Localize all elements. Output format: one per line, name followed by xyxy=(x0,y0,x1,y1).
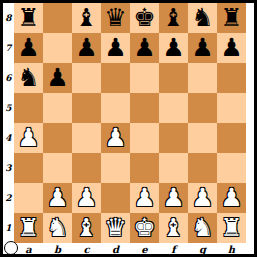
file-label-f: f xyxy=(159,243,188,256)
square-b5[interactable] xyxy=(43,93,72,123)
square-g7[interactable]: ♟ xyxy=(188,33,217,63)
black-pawn-piece[interactable]: ♟ xyxy=(104,33,126,63)
square-a6[interactable]: ♞ xyxy=(14,63,43,93)
square-g5[interactable] xyxy=(188,93,217,123)
square-a7[interactable]: ♟ xyxy=(14,33,43,63)
square-d6[interactable] xyxy=(101,63,130,93)
white-pawn-piece[interactable]: ♟ xyxy=(191,183,213,213)
square-c7[interactable]: ♟ xyxy=(72,33,101,63)
square-a5[interactable] xyxy=(14,93,43,123)
square-f5[interactable] xyxy=(159,93,188,123)
square-b1[interactable]: ♞ xyxy=(43,213,72,243)
white-pawn-piece[interactable]: ♟ xyxy=(220,183,242,213)
file-label-g: g xyxy=(188,243,217,256)
square-h3[interactable] xyxy=(217,153,246,183)
square-g6[interactable] xyxy=(188,63,217,93)
square-h7[interactable]: ♟ xyxy=(217,33,246,63)
black-pawn-piece[interactable]: ♟ xyxy=(133,33,155,63)
white-queen-piece[interactable]: ♛ xyxy=(104,213,126,243)
square-h1[interactable]: ♜ xyxy=(217,213,246,243)
white-to-move-indicator-icon xyxy=(4,241,18,255)
black-rook-piece[interactable]: ♜ xyxy=(220,3,242,33)
square-a4[interactable]: ♟ xyxy=(14,123,43,153)
square-c3[interactable] xyxy=(72,153,101,183)
white-knight-piece[interactable]: ♞ xyxy=(191,213,213,243)
rank-labels: 87654321 xyxy=(3,3,14,243)
square-d7[interactable]: ♟ xyxy=(101,33,130,63)
square-c2[interactable]: ♟ xyxy=(72,183,101,213)
black-pawn-piece[interactable]: ♟ xyxy=(46,63,68,93)
chess-diagram: 87654321 ♜♝♛♚♝♞♜♟♟♟♟♟♟♟♞♟♟♟♟♟♟♟♟♟♜♞♝♛♚♝♞… xyxy=(0,0,257,257)
white-pawn-piece[interactable]: ♟ xyxy=(46,183,68,213)
square-c1[interactable]: ♝ xyxy=(72,213,101,243)
square-h4[interactable] xyxy=(217,123,246,153)
square-e8[interactable]: ♚ xyxy=(130,3,159,33)
white-pawn-piece[interactable]: ♟ xyxy=(17,123,39,153)
square-f1[interactable]: ♝ xyxy=(159,213,188,243)
square-c4[interactable] xyxy=(72,123,101,153)
square-a3[interactable] xyxy=(14,153,43,183)
black-pawn-piece[interactable]: ♟ xyxy=(162,33,184,63)
rank-label-1: 1 xyxy=(3,213,14,243)
rank-label-6: 6 xyxy=(3,63,14,93)
rank-label-7: 7 xyxy=(3,33,14,63)
square-d3[interactable] xyxy=(101,153,130,183)
square-a2[interactable] xyxy=(14,183,43,213)
square-e2[interactable]: ♟ xyxy=(130,183,159,213)
square-h6[interactable] xyxy=(217,63,246,93)
black-king-piece[interactable]: ♚ xyxy=(133,3,155,33)
white-bishop-piece[interactable]: ♝ xyxy=(75,213,97,243)
file-labels: abcdefgh xyxy=(14,243,246,256)
square-e4[interactable] xyxy=(130,123,159,153)
square-f2[interactable]: ♟ xyxy=(159,183,188,213)
black-bishop-piece[interactable]: ♝ xyxy=(75,3,97,33)
square-c5[interactable] xyxy=(72,93,101,123)
square-g1[interactable]: ♞ xyxy=(188,213,217,243)
white-rook-piece[interactable]: ♜ xyxy=(17,213,39,243)
file-label-c: c xyxy=(72,243,101,256)
black-rook-piece[interactable]: ♜ xyxy=(17,3,39,33)
file-label-d: d xyxy=(101,243,130,256)
square-d8[interactable]: ♛ xyxy=(101,3,130,33)
black-queen-piece[interactable]: ♛ xyxy=(104,3,126,33)
file-label-b: b xyxy=(43,243,72,256)
white-knight-piece[interactable]: ♞ xyxy=(46,213,68,243)
square-b6[interactable]: ♟ xyxy=(43,63,72,93)
rank-label-4: 4 xyxy=(3,123,14,153)
square-e3[interactable] xyxy=(130,153,159,183)
square-c8[interactable]: ♝ xyxy=(72,3,101,33)
square-g4[interactable] xyxy=(188,123,217,153)
square-b2[interactable]: ♟ xyxy=(43,183,72,213)
square-a1[interactable]: ♜ xyxy=(14,213,43,243)
square-g3[interactable] xyxy=(188,153,217,183)
black-pawn-piece[interactable]: ♟ xyxy=(17,33,39,63)
rank-label-2: 2 xyxy=(3,183,14,213)
square-h8[interactable]: ♜ xyxy=(217,3,246,33)
rank-label-5: 5 xyxy=(3,93,14,123)
square-f3[interactable] xyxy=(159,153,188,183)
square-e6[interactable] xyxy=(130,63,159,93)
white-pawn-piece[interactable]: ♟ xyxy=(133,183,155,213)
square-c6[interactable] xyxy=(72,63,101,93)
square-a8[interactable]: ♜ xyxy=(14,3,43,33)
chess-board: ♜♝♛♚♝♞♜♟♟♟♟♟♟♟♞♟♟♟♟♟♟♟♟♟♜♞♝♛♚♝♞♜ xyxy=(14,3,246,243)
white-pawn-piece[interactable]: ♟ xyxy=(75,183,97,213)
square-d1[interactable]: ♛ xyxy=(101,213,130,243)
black-knight-piece[interactable]: ♞ xyxy=(17,63,39,93)
square-e7[interactable]: ♟ xyxy=(130,33,159,63)
white-king-piece[interactable]: ♚ xyxy=(133,213,155,243)
square-d5[interactable] xyxy=(101,93,130,123)
black-knight-piece[interactable]: ♞ xyxy=(191,3,213,33)
white-rook-piece[interactable]: ♜ xyxy=(220,213,242,243)
square-e1[interactable]: ♚ xyxy=(130,213,159,243)
square-g8[interactable]: ♞ xyxy=(188,3,217,33)
file-label-e: e xyxy=(130,243,159,256)
square-b7[interactable] xyxy=(43,33,72,63)
rank-label-8: 8 xyxy=(3,3,14,33)
square-f8[interactable]: ♝ xyxy=(159,3,188,33)
square-f6[interactable] xyxy=(159,63,188,93)
square-h2[interactable]: ♟ xyxy=(217,183,246,213)
square-h5[interactable] xyxy=(217,93,246,123)
black-pawn-piece[interactable]: ♟ xyxy=(75,33,97,63)
rank-label-3: 3 xyxy=(3,153,14,183)
file-label-h: h xyxy=(217,243,246,256)
white-bishop-piece[interactable]: ♝ xyxy=(162,213,184,243)
square-f4[interactable] xyxy=(159,123,188,153)
white-pawn-piece[interactable]: ♟ xyxy=(162,183,184,213)
black-pawn-piece[interactable]: ♟ xyxy=(220,33,242,63)
square-b3[interactable] xyxy=(43,153,72,183)
square-f7[interactable]: ♟ xyxy=(159,33,188,63)
square-g2[interactable]: ♟ xyxy=(188,183,217,213)
black-pawn-piece[interactable]: ♟ xyxy=(191,33,213,63)
square-e5[interactable] xyxy=(130,93,159,123)
square-b8[interactable] xyxy=(43,3,72,33)
square-b4[interactable] xyxy=(43,123,72,153)
white-pawn-piece[interactable]: ♟ xyxy=(104,123,126,153)
square-d4[interactable]: ♟ xyxy=(101,123,130,153)
black-bishop-piece[interactable]: ♝ xyxy=(162,3,184,33)
square-d2[interactable] xyxy=(101,183,130,213)
file-label-a: a xyxy=(14,243,43,256)
